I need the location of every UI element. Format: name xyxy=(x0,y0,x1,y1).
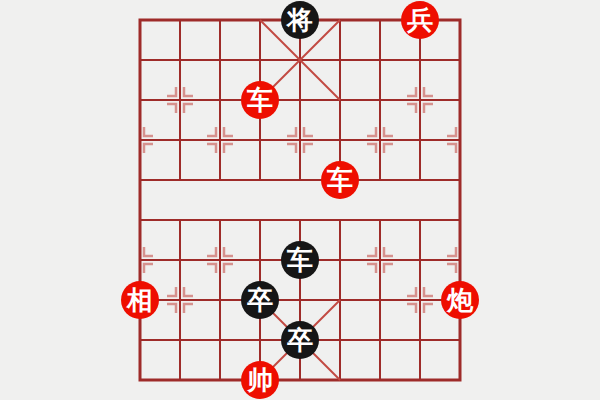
piece-red-chariot-a[interactable]: 车 xyxy=(241,81,279,119)
piece-black-chariot[interactable]: 车 xyxy=(281,241,319,279)
screen: 将兵车车车相卒炮卒帅 xyxy=(0,0,600,400)
pieces-layer: 将兵车车车相卒炮卒帅 xyxy=(0,0,600,400)
piece-black-soldier-a[interactable]: 卒 xyxy=(241,281,279,319)
piece-red-chariot-b[interactable]: 车 xyxy=(321,161,359,199)
piece-black-general[interactable]: 将 xyxy=(281,1,319,39)
piece-black-soldier-b[interactable]: 卒 xyxy=(281,321,319,359)
piece-red-soldier[interactable]: 兵 xyxy=(401,1,439,39)
piece-red-cannon[interactable]: 炮 xyxy=(441,281,479,319)
piece-red-elephant[interactable]: 相 xyxy=(121,281,159,319)
piece-red-general[interactable]: 帅 xyxy=(241,361,279,399)
